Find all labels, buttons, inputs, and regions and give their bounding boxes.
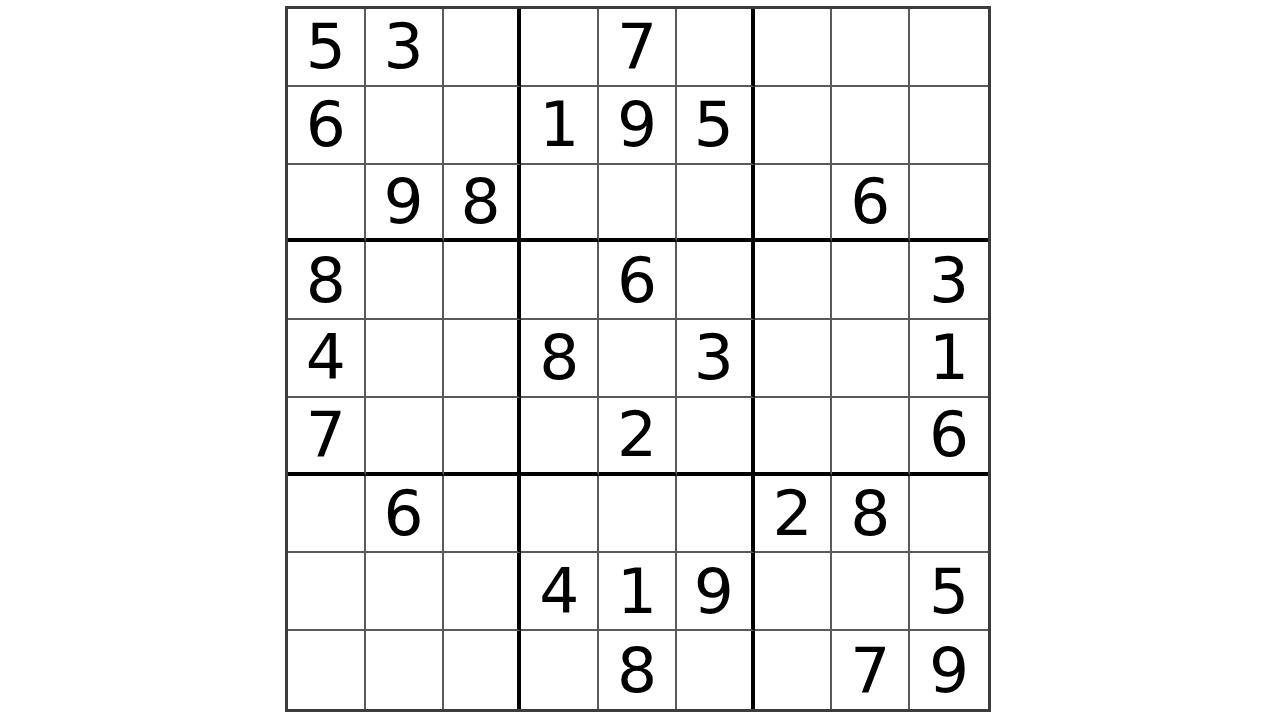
cell-r5c4[interactable]: 8: [521, 320, 599, 398]
cell-r6c2[interactable]: [366, 398, 444, 476]
cell-r3c8[interactable]: 6: [832, 165, 910, 243]
cell-r6c6[interactable]: [677, 398, 755, 476]
cell-r3c2[interactable]: 9: [366, 165, 444, 243]
cell-r3c3[interactable]: 8: [444, 165, 522, 243]
cell-r1c3[interactable]: [444, 9, 522, 87]
cell-r3c4[interactable]: [521, 165, 599, 243]
cell-r6c3[interactable]: [444, 398, 522, 476]
cell-r8c4[interactable]: 4: [521, 553, 599, 631]
cell-r7c2[interactable]: 6: [366, 476, 444, 554]
cell-r4c7[interactable]: [755, 242, 833, 320]
cell-r4c2[interactable]: [366, 242, 444, 320]
cell-r9c1[interactable]: [288, 631, 366, 709]
cell-r1c7[interactable]: [755, 9, 833, 87]
cell-r8c2[interactable]: [366, 553, 444, 631]
cell-r9c2[interactable]: [366, 631, 444, 709]
cell-r8c1[interactable]: [288, 553, 366, 631]
cell-r3c1[interactable]: [288, 165, 366, 243]
cell-r6c9[interactable]: 6: [910, 398, 988, 476]
cell-r1c1[interactable]: 5: [288, 9, 366, 87]
cell-r9c8[interactable]: 7: [832, 631, 910, 709]
cell-r9c4[interactable]: [521, 631, 599, 709]
cell-r6c7[interactable]: [755, 398, 833, 476]
cell-r5c6[interactable]: 3: [677, 320, 755, 398]
cell-r4c1[interactable]: 8: [288, 242, 366, 320]
cell-r4c9[interactable]: 3: [910, 242, 988, 320]
cell-r9c5[interactable]: 8: [599, 631, 677, 709]
cell-r2c1[interactable]: 6: [288, 87, 366, 165]
cell-r6c4[interactable]: [521, 398, 599, 476]
cell-r7c1[interactable]: [288, 476, 366, 554]
cell-r5c2[interactable]: [366, 320, 444, 398]
cell-r5c5[interactable]: [599, 320, 677, 398]
cell-r9c3[interactable]: [444, 631, 522, 709]
cell-r4c8[interactable]: [832, 242, 910, 320]
cell-r4c6[interactable]: [677, 242, 755, 320]
cell-r9c9[interactable]: 9: [910, 631, 988, 709]
cell-r4c4[interactable]: [521, 242, 599, 320]
cell-r3c5[interactable]: [599, 165, 677, 243]
cell-r7c4[interactable]: [521, 476, 599, 554]
cell-r2c9[interactable]: [910, 87, 988, 165]
cell-r2c6[interactable]: 5: [677, 87, 755, 165]
cell-r9c6[interactable]: [677, 631, 755, 709]
cell-r7c6[interactable]: [677, 476, 755, 554]
cell-r8c3[interactable]: [444, 553, 522, 631]
cell-r8c8[interactable]: [832, 553, 910, 631]
cell-r7c7[interactable]: 2: [755, 476, 833, 554]
cell-r7c8[interactable]: 8: [832, 476, 910, 554]
cell-r1c9[interactable]: [910, 9, 988, 87]
cell-r2c2[interactable]: [366, 87, 444, 165]
cell-r8c7[interactable]: [755, 553, 833, 631]
cell-r1c8[interactable]: [832, 9, 910, 87]
cell-r3c9[interactable]: [910, 165, 988, 243]
cell-r8c6[interactable]: 9: [677, 553, 755, 631]
sudoku-board: 537619598686348317266284195879: [285, 6, 991, 712]
cell-r2c5[interactable]: 9: [599, 87, 677, 165]
cell-r1c6[interactable]: [677, 9, 755, 87]
cell-r5c9[interactable]: 1: [910, 320, 988, 398]
cell-r7c9[interactable]: [910, 476, 988, 554]
cell-r6c8[interactable]: [832, 398, 910, 476]
cell-r8c5[interactable]: 1: [599, 553, 677, 631]
cell-r1c2[interactable]: 3: [366, 9, 444, 87]
cell-r4c3[interactable]: [444, 242, 522, 320]
cell-r2c3[interactable]: [444, 87, 522, 165]
cell-r5c7[interactable]: [755, 320, 833, 398]
cell-r4c5[interactable]: 6: [599, 242, 677, 320]
cell-r5c8[interactable]: [832, 320, 910, 398]
cell-r7c3[interactable]: [444, 476, 522, 554]
cell-r1c5[interactable]: 7: [599, 9, 677, 87]
cell-r8c9[interactable]: 5: [910, 553, 988, 631]
cell-r9c7[interactable]: [755, 631, 833, 709]
cell-r3c6[interactable]: [677, 165, 755, 243]
cell-r2c4[interactable]: 1: [521, 87, 599, 165]
cell-r3c7[interactable]: [755, 165, 833, 243]
cell-r2c7[interactable]: [755, 87, 833, 165]
cell-r6c5[interactable]: 2: [599, 398, 677, 476]
cell-r5c3[interactable]: [444, 320, 522, 398]
cell-r6c1[interactable]: 7: [288, 398, 366, 476]
cell-r5c1[interactable]: 4: [288, 320, 366, 398]
cell-r7c5[interactable]: [599, 476, 677, 554]
cell-r1c4[interactable]: [521, 9, 599, 87]
page-background: 537619598686348317266284195879: [0, 0, 1280, 720]
cell-r2c8[interactable]: [832, 87, 910, 165]
